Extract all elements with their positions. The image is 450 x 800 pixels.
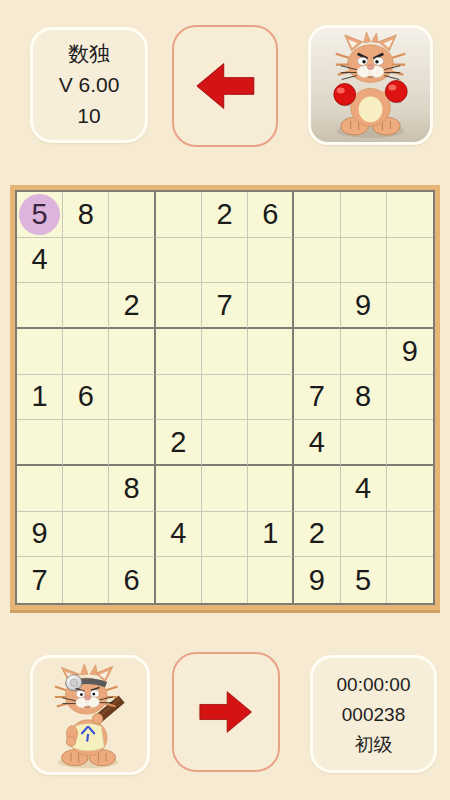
given-digit: 6 <box>262 198 278 231</box>
given-digit: 5 <box>355 564 371 597</box>
cell-r1c8[interactable] <box>341 192 387 238</box>
cell-r8c7[interactable]: 2 <box>294 512 340 558</box>
given-digit: 2 <box>170 426 186 459</box>
cell-r9c1[interactable]: 7 <box>17 557 63 603</box>
given-digit: 8 <box>78 198 94 231</box>
cell-r6c7[interactable]: 4 <box>294 420 340 466</box>
cell-r6c1[interactable] <box>17 420 63 466</box>
cell-r5c5[interactable] <box>202 375 248 421</box>
cell-r2c8[interactable] <box>341 238 387 284</box>
cell-r7c5[interactable] <box>202 466 248 512</box>
cell-r3c4[interactable] <box>156 283 202 329</box>
cell-r6c6[interactable] <box>248 420 294 466</box>
cell-r2c7[interactable] <box>294 238 340 284</box>
cell-r7c1[interactable] <box>17 466 63 512</box>
given-digit: 1 <box>32 380 48 413</box>
cell-r1c4[interactable] <box>156 192 202 238</box>
cell-r4c2[interactable] <box>63 329 109 375</box>
cell-r5c6[interactable] <box>248 375 294 421</box>
cell-r1c7[interactable] <box>294 192 340 238</box>
cell-r6c2[interactable] <box>63 420 109 466</box>
cell-r4c4[interactable] <box>156 329 202 375</box>
cell-r7c6[interactable] <box>248 466 294 512</box>
cell-r7c4[interactable] <box>156 466 202 512</box>
sudoku-board: 5826427991678248494127695 <box>15 190 435 605</box>
cell-r8c5[interactable] <box>202 512 248 558</box>
app-info-box: 数独 V 6.00 10 <box>30 27 148 143</box>
cell-r2c1[interactable]: 4 <box>17 238 63 284</box>
cell-r2c5[interactable] <box>202 238 248 284</box>
level-text: 初级 <box>355 733 393 756</box>
cell-r4c9[interactable]: 9 <box>387 329 433 375</box>
cell-r1c3[interactable] <box>109 192 155 238</box>
cell-r4c5[interactable] <box>202 329 248 375</box>
given-digit: 9 <box>402 335 418 368</box>
cell-r5c9[interactable] <box>387 375 433 421</box>
cell-r3c1[interactable] <box>17 283 63 329</box>
given-digit: 4 <box>309 426 325 459</box>
cell-r6c4[interactable]: 2 <box>156 420 202 466</box>
cell-r1c6[interactable]: 6 <box>248 192 294 238</box>
status-box: 00:00:00 000238 初级 <box>310 655 437 773</box>
given-digit: 8 <box>123 472 139 505</box>
left-arrow-icon <box>190 54 260 118</box>
cell-r8c4[interactable]: 4 <box>156 512 202 558</box>
given-digit: 6 <box>123 564 139 597</box>
given-digit: 7 <box>32 564 48 597</box>
given-digit: 9 <box>32 517 48 550</box>
cell-r4c1[interactable] <box>17 329 63 375</box>
cell-r3c5[interactable]: 7 <box>202 283 248 329</box>
cell-r9c6[interactable] <box>248 557 294 603</box>
cell-r5c3[interactable] <box>109 375 155 421</box>
doctor-cat-image <box>33 658 147 772</box>
cell-r8c3[interactable] <box>109 512 155 558</box>
back-button[interactable] <box>172 25 278 147</box>
cell-r7c8[interactable]: 4 <box>341 466 387 512</box>
cell-r9c3[interactable]: 6 <box>109 557 155 603</box>
cell-r9c5[interactable] <box>202 557 248 603</box>
cell-r5c7[interactable]: 7 <box>294 375 340 421</box>
cell-r7c7[interactable] <box>294 466 340 512</box>
cell-r9c2[interactable] <box>63 557 109 603</box>
right-arrow-icon <box>195 683 257 741</box>
given-digit: 9 <box>309 564 325 597</box>
next-button[interactable] <box>172 652 280 772</box>
cell-r2c9[interactable] <box>387 238 433 284</box>
counter-text: 000238 <box>342 703 405 726</box>
cell-r4c7[interactable] <box>294 329 340 375</box>
cell-r8c8[interactable] <box>341 512 387 558</box>
cell-r9c9[interactable] <box>387 557 433 603</box>
cell-r3c7[interactable] <box>294 283 340 329</box>
sudoku-board-frame: 5826427991678248494127695 <box>10 185 440 610</box>
cell-r5c4[interactable] <box>156 375 202 421</box>
cell-r5c1[interactable]: 1 <box>17 375 63 421</box>
cell-r1c1[interactable]: 5 <box>17 192 63 238</box>
cell-r3c6[interactable] <box>248 283 294 329</box>
cell-r2c6[interactable] <box>248 238 294 284</box>
puzzle-number: 10 <box>77 104 100 128</box>
cell-r9c4[interactable] <box>156 557 202 603</box>
given-digit: 6 <box>78 380 94 413</box>
cell-r4c6[interactable] <box>248 329 294 375</box>
cell-r1c9[interactable] <box>387 192 433 238</box>
cell-r6c3[interactable] <box>109 420 155 466</box>
cell-r8c9[interactable] <box>387 512 433 558</box>
cell-r3c9[interactable] <box>387 283 433 329</box>
cell-r3c8[interactable]: 9 <box>341 283 387 329</box>
cell-r6c9[interactable] <box>387 420 433 466</box>
cell-r7c3[interactable]: 8 <box>109 466 155 512</box>
boxer-cat-image <box>311 28 430 142</box>
cell-r5c2[interactable]: 6 <box>63 375 109 421</box>
cell-r2c4[interactable] <box>156 238 202 284</box>
given-digit: 4 <box>32 243 48 276</box>
cell-r4c3[interactable] <box>109 329 155 375</box>
cell-r6c5[interactable] <box>202 420 248 466</box>
boxer-cat-button[interactable] <box>308 25 433 145</box>
cell-r1c2[interactable]: 8 <box>63 192 109 238</box>
cell-r9c8[interactable]: 5 <box>341 557 387 603</box>
given-digit: 4 <box>355 472 371 505</box>
cell-r2c2[interactable] <box>63 238 109 284</box>
cell-r7c9[interactable] <box>387 466 433 512</box>
given-digit: 4 <box>170 517 186 550</box>
given-digit: 8 <box>355 380 371 413</box>
app-version: V 6.00 <box>59 73 120 97</box>
given-digit: 9 <box>355 289 371 322</box>
cell-r8c2[interactable] <box>63 512 109 558</box>
cell-r1c5[interactable]: 2 <box>202 192 248 238</box>
cell-r3c2[interactable] <box>63 283 109 329</box>
cell-r9c7[interactable]: 9 <box>294 557 340 603</box>
doctor-cat-button[interactable] <box>30 655 150 775</box>
given-digit: 7 <box>309 380 325 413</box>
given-digit: 7 <box>216 289 232 322</box>
given-digit: 2 <box>216 198 232 231</box>
cell-r3c3[interactable]: 2 <box>109 283 155 329</box>
given-digit: 2 <box>123 289 139 322</box>
cell-r4c8[interactable] <box>341 329 387 375</box>
given-digit: 1 <box>262 517 278 550</box>
cell-r8c1[interactable]: 9 <box>17 512 63 558</box>
given-digit: 2 <box>309 517 325 550</box>
app-title: 数独 <box>68 42 110 66</box>
timer-text: 00:00:00 <box>337 673 411 696</box>
cell-r6c8[interactable] <box>341 420 387 466</box>
cell-r2c3[interactable] <box>109 238 155 284</box>
given-digit: 5 <box>19 194 60 235</box>
cell-r8c6[interactable]: 1 <box>248 512 294 558</box>
cell-r7c2[interactable] <box>63 466 109 512</box>
cell-r5c8[interactable]: 8 <box>341 375 387 421</box>
